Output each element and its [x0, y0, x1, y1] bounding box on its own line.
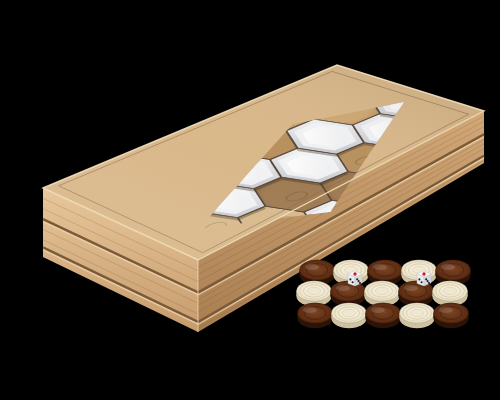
white-hexagon-bevel [348, 2, 432, 39]
white-hexagon-bevel [148, 19, 232, 56]
wood-knot [0, 210, 19, 222]
checker-brown[interactable] [433, 303, 468, 328]
wood-knot [0, 130, 14, 142]
white-hexagon-bevel [65, 53, 149, 90]
die[interactable] [417, 271, 431, 286]
product-photo[interactable] [0, 0, 500, 400]
white-hexagon-top [160, 24, 221, 51]
white-hex-shadow [337, 0, 442, 46]
die-top-pip [353, 272, 356, 275]
checker-brown[interactable] [330, 281, 365, 306]
white-hexagon [138, 14, 243, 60]
white-hex-shadow [220, 0, 325, 29]
white-hexagon [55, 49, 160, 95]
wood-hexagon [121, 43, 226, 89]
white-hexagon [438, 44, 500, 90]
white-hexagon-top [460, 54, 500, 81]
checker-ivory[interactable] [364, 281, 399, 306]
white-hexagon-bevel [332, 31, 416, 68]
wood-knot [300, 21, 329, 33]
checker-brown[interactable] [297, 303, 332, 328]
wood-hexagon [23, 107, 128, 153]
wood-knot [149, 87, 178, 99]
white-hex-shadow [0, 173, 29, 219]
checker-brown[interactable] [398, 281, 433, 306]
white-hexagon-top [29, 146, 90, 173]
white-hexagon-top [77, 59, 138, 86]
wood-hexagon [39, 78, 144, 124]
white-hexagon [220, 0, 325, 26]
wood-hexagon [188, 38, 293, 84]
white-hexagon-top [359, 7, 420, 34]
checkers-tray [296, 260, 470, 328]
white-hexagon-top [0, 180, 7, 207]
wood-knot [83, 92, 112, 104]
white-hex-shadow [138, 17, 243, 63]
wood-knot [230, 56, 259, 68]
checker-ivory[interactable] [399, 303, 434, 328]
white-hexagon-top [194, 76, 255, 103]
wood-knot [385, 233, 414, 245]
wood-knot [417, 38, 446, 50]
white-hexagon [337, 0, 442, 44]
checker-ivory[interactable] [331, 303, 366, 328]
die-top-pip [422, 272, 425, 275]
white-hexagon-bevel [0, 175, 19, 212]
white-hexagon-bevel [448, 49, 500, 86]
die[interactable] [348, 271, 362, 286]
wood-knot [331, 0, 360, 1]
wood-hexagon [204, 9, 309, 55]
wood-hexagon [271, 3, 376, 49]
white-hexagon-top [111, 111, 172, 138]
white-hex-shadow [55, 52, 160, 98]
white-hexagon [0, 170, 29, 216]
wood-hexagon [488, 68, 500, 114]
white-hexagon-top [0, 93, 56, 120]
white-hexagon-top [343, 36, 404, 63]
wood-hexagon [0, 112, 62, 158]
white-hexagon-top [277, 42, 338, 69]
checker-ivory[interactable] [296, 281, 331, 306]
white-hexagon-bevel [0, 88, 67, 125]
wood-hexagon [388, 21, 493, 67]
white-hexagon [0, 83, 78, 129]
backgammon-case-scene [0, 0, 500, 400]
wood-knot [52, 124, 81, 136]
checker-brown[interactable] [365, 303, 400, 328]
wood-knot [164, 62, 193, 74]
white-hexagon-top [242, 0, 303, 16]
wood-hexagon [0, 141, 45, 187]
white-hex-shadow [0, 86, 78, 132]
wood-knot [414, 69, 443, 81]
wood-hexagon [287, 0, 392, 20]
wood-hexagon [105, 72, 210, 118]
white-hexagon-bevel [231, 0, 315, 21]
white-hex-shadow [438, 47, 500, 93]
wood-knot [233, 26, 262, 38]
checker-ivory[interactable] [432, 281, 467, 306]
wood-knot [466, 202, 495, 214]
